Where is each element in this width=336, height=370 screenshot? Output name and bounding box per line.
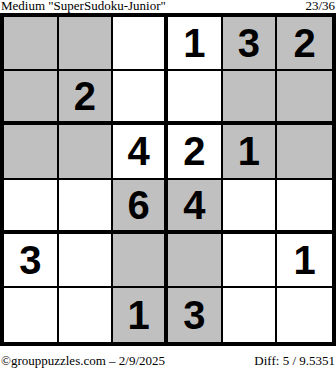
- puzzle-page: Medium "SuperSudoku-Junior" 23/36 132242…: [0, 0, 336, 370]
- puzzle-title: Medium "SuperSudoku-Junior": [1, 0, 166, 12]
- cell-r5c5[interactable]: [223, 234, 278, 288]
- footer: ©grouppuzzles.com – 2/9/2025 Diff: 5 / 9…: [0, 346, 336, 370]
- cell-r3c4-given: 2: [168, 125, 223, 179]
- cell-r3c5-given: 1: [223, 125, 278, 179]
- cell-r6c2[interactable]: [59, 288, 114, 342]
- cell-r3c3-given: 4: [113, 125, 168, 179]
- cell-r3c1[interactable]: [4, 125, 59, 179]
- cell-r3c2[interactable]: [59, 125, 114, 179]
- cell-r1c3[interactable]: [113, 17, 168, 71]
- cell-r4c4-given: 4: [168, 180, 223, 234]
- cell-r1c2[interactable]: [59, 17, 114, 71]
- cell-r3c6[interactable]: [277, 125, 332, 179]
- cell-r4c1[interactable]: [4, 180, 59, 234]
- cell-r5c3[interactable]: [113, 234, 168, 288]
- cell-r4c2[interactable]: [59, 180, 114, 234]
- cell-r1c4-given: 1: [168, 17, 223, 71]
- cell-r2c2-given: 2: [59, 71, 114, 125]
- cell-r1c6-given: 2: [277, 17, 332, 71]
- cell-r2c4[interactable]: [168, 71, 223, 125]
- cell-r4c6[interactable]: [277, 180, 332, 234]
- cell-r5c1-given: 3: [4, 234, 59, 288]
- difficulty-text: Diff: 5 / 9.5351: [254, 354, 335, 367]
- cell-r6c4-given: 3: [168, 288, 223, 342]
- copyright-text: ©grouppuzzles.com – 2/9/2025: [1, 354, 165, 367]
- cell-r6c1[interactable]: [4, 288, 59, 342]
- cell-r1c1[interactable]: [4, 17, 59, 71]
- cell-r5c4[interactable]: [168, 234, 223, 288]
- header: Medium "SuperSudoku-Junior" 23/36: [0, 0, 336, 13]
- cell-r6c5[interactable]: [223, 288, 278, 342]
- cell-r2c6[interactable]: [277, 71, 332, 125]
- cell-r6c6[interactable]: [277, 288, 332, 342]
- remaining-counter: 23/36: [305, 0, 335, 12]
- cell-r5c6-given: 1: [277, 234, 332, 288]
- cell-r2c1[interactable]: [4, 71, 59, 125]
- cell-r4c5[interactable]: [223, 180, 278, 234]
- sudoku-grid: 1322421643113: [0, 13, 336, 346]
- cell-r6c3-given: 1: [113, 288, 168, 342]
- cell-r2c5[interactable]: [223, 71, 278, 125]
- cell-r1c5-given: 3: [223, 17, 278, 71]
- cell-r2c3[interactable]: [113, 71, 168, 125]
- cell-r5c2[interactable]: [59, 234, 114, 288]
- cell-r4c3-given: 6: [113, 180, 168, 234]
